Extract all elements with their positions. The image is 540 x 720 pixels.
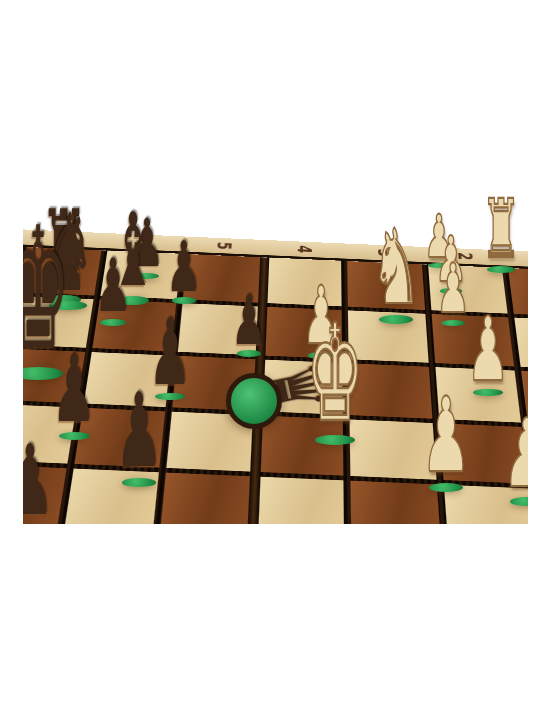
white-knight-piece: ♞ — [371, 216, 421, 320]
black-pawn-piece: ♟ — [115, 380, 163, 483]
white-pawn-piece: ♟ — [503, 408, 528, 503]
black-pawn-piece: ♟ — [166, 231, 202, 301]
chess-set-photo: 87654321 ♜♞♚♝♟♟♟♟♟♟♟♟♛♚♟♞♟♟♟♜♟♟♟ — [23, 181, 528, 524]
white-pawn-piece: ♟ — [436, 255, 470, 323]
black-pawn-piece: ♟ — [94, 250, 132, 324]
white-rook-piece: ♜ — [481, 189, 520, 270]
white-king-piece: ♚ — [306, 307, 363, 441]
black-pawn-piece: ♟ — [52, 344, 97, 437]
black-pawn-piece: ♟ — [23, 433, 54, 524]
white-pawn-piece: ♟ — [466, 304, 509, 393]
fallen-piece-felt-base — [226, 373, 282, 429]
black-pawn-piece: ♟ — [231, 286, 267, 354]
pieces-layer: ♜♞♚♝♟♟♟♟♟♟♟♟♛♚♟♞♟♟♟♜♟♟♟ — [23, 181, 528, 524]
white-pawn-piece: ♟ — [421, 384, 471, 488]
